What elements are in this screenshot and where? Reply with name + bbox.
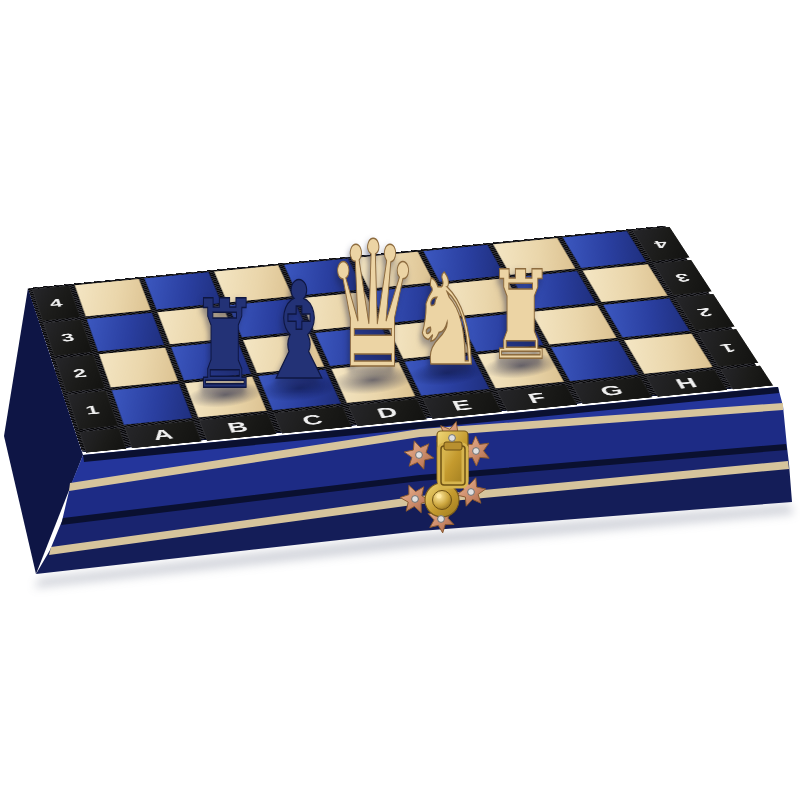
clasp-rivet [449, 435, 456, 442]
clasp-rivet [416, 452, 423, 459]
product-photo-chess-box: 44332211ABCDEFGH ♜♝♛♞♜ [0, 0, 800, 800]
clasp-rivet [468, 489, 475, 496]
clasp-rivet [412, 496, 419, 503]
clasp-hasp-pivot [444, 442, 462, 450]
clasp-rivet [473, 448, 480, 455]
clasp-knob [433, 491, 452, 510]
clasp-knob-highlight [437, 494, 442, 499]
clasp-rivet [438, 516, 445, 523]
clasp-latch [0, 0, 800, 800]
